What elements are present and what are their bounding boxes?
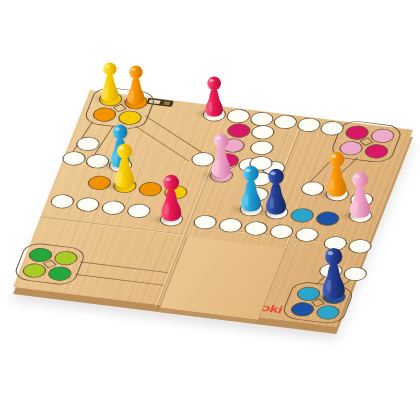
pawn-navy-1[interactable]	[261, 167, 291, 215]
pawn-orange-1[interactable]	[123, 64, 149, 105]
pawn-pink-1[interactable]	[207, 132, 236, 178]
pawn-yellow-2[interactable]	[110, 142, 139, 188]
pawn-red-2[interactable]	[156, 173, 186, 222]
pawn-red-1[interactable]	[201, 75, 227, 117]
pawn-yellow-1[interactable]	[97, 61, 123, 102]
pawn-layer	[0, 0, 420, 420]
pawn-pink-2[interactable]	[345, 170, 375, 218]
board-scene: goki	[0, 0, 420, 420]
pawn-navy-2[interactable]	[317, 246, 350, 299]
